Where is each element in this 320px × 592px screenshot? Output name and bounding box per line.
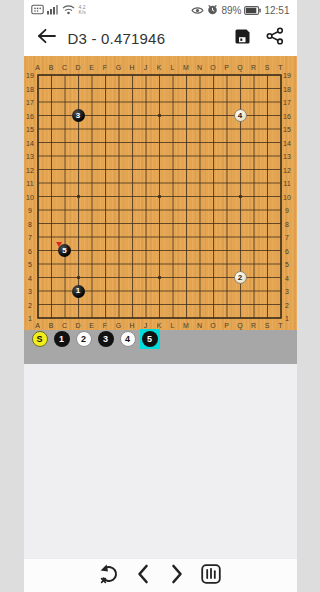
move-chip-4[interactable]: 4 — [120, 331, 136, 347]
chevron-left-icon — [133, 563, 153, 589]
title-bar: D3 - 0.471946 — [24, 20, 297, 56]
network-speed: 4.2 K/s — [79, 5, 86, 15]
stone-2-Q4: 2 — [234, 271, 247, 284]
undo-icon — [97, 562, 121, 590]
stone-number: 1 — [76, 287, 80, 295]
battery-percent: 89% — [221, 5, 241, 16]
eye-icon — [191, 1, 204, 19]
undo-button[interactable] — [97, 564, 121, 588]
status-bar: 4.2 K/s 89% 12:51 — [24, 0, 297, 20]
move-chip-label: 5 — [142, 331, 158, 347]
move-chip-2[interactable]: 2 — [76, 331, 92, 347]
sim-toolkit-icon — [31, 1, 44, 19]
stone-number: 3 — [76, 112, 80, 120]
stone-5-C6: 5 — [58, 244, 71, 257]
share-nodes-icon — [266, 27, 284, 49]
stone-number: 2 — [238, 274, 242, 282]
stone-1-D3: 1 — [72, 285, 85, 298]
bottom-toolbar — [24, 558, 297, 592]
clock-time: 12:51 — [264, 5, 289, 16]
move-chip-1[interactable]: 1 — [54, 331, 70, 347]
stone-3-D16: 3 — [72, 109, 85, 122]
battery-icon — [244, 1, 261, 19]
back-button[interactable] — [34, 25, 60, 51]
bar-chart-icon — [200, 563, 222, 589]
analysis-button[interactable] — [199, 564, 223, 588]
move-chip-label: 2 — [76, 331, 92, 347]
go-board[interactable]: AABBCCDDEEFFGGHHJJKKLLMMNNOOPPQQRRSSTT19… — [24, 56, 297, 330]
last-move-marker-icon — [56, 242, 62, 247]
move-chip-label: 3 — [98, 331, 114, 347]
content-area — [24, 364, 297, 558]
alarm-icon — [207, 1, 218, 19]
share-button[interactable] — [263, 26, 287, 50]
move-chip-label: 1 — [54, 331, 70, 347]
page-title: D3 - 0.471946 — [68, 30, 223, 47]
save-button[interactable] — [231, 26, 255, 50]
chevron-right-icon — [167, 563, 187, 589]
move-list-strip: S12345 — [24, 330, 297, 364]
wifi-icon — [62, 1, 75, 19]
move-chip-S[interactable]: S — [32, 331, 48, 347]
left-arrow-icon — [37, 28, 57, 48]
stones-grid: 12345 — [31, 68, 288, 325]
move-chip-3[interactable]: 3 — [98, 331, 114, 347]
move-chip-label: S — [32, 331, 48, 347]
next-move-button[interactable] — [165, 564, 189, 588]
stone-number: 5 — [62, 247, 66, 255]
screen: 4.2 K/s 89% 12:51 D3 - 0.471946 — [24, 0, 297, 592]
floppy-disk-icon — [233, 27, 252, 50]
stone-number: 4 — [238, 112, 242, 120]
stone-4-Q16: 4 — [234, 109, 247, 122]
move-chip-5[interactable]: 5 — [142, 331, 158, 347]
prev-move-button[interactable] — [131, 564, 155, 588]
signal-icon — [47, 1, 59, 19]
move-chip-label: 4 — [120, 331, 136, 347]
